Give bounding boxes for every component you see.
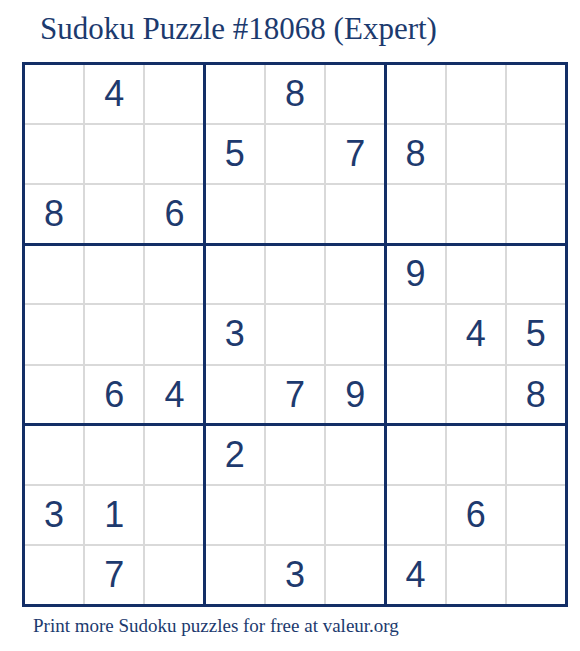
cell-r2c9[interactable] <box>507 125 565 183</box>
cell-r8c5[interactable] <box>266 486 324 544</box>
cell-r7c7[interactable] <box>386 426 444 484</box>
cell-r9c4[interactable] <box>206 546 264 604</box>
cell-r2c6[interactable]: 7 <box>326 125 384 183</box>
cell-r2c7[interactable]: 8 <box>386 125 444 183</box>
cell-r1c1[interactable] <box>25 65 83 123</box>
cell-r6c4[interactable] <box>206 366 264 424</box>
cell-r3c2[interactable] <box>85 185 143 243</box>
cell-r7c8[interactable] <box>447 426 505 484</box>
cell-r5c7[interactable] <box>386 305 444 363</box>
cell-r3c7[interactable] <box>386 185 444 243</box>
cell-r2c8[interactable] <box>447 125 505 183</box>
cell-r9c7[interactable]: 4 <box>386 546 444 604</box>
cell-r7c5[interactable] <box>266 426 324 484</box>
cell-r6c7[interactable] <box>386 366 444 424</box>
cell-r3c9[interactable] <box>507 185 565 243</box>
cell-r2c4[interactable]: 5 <box>206 125 264 183</box>
cell-r3c4[interactable] <box>206 185 264 243</box>
cell-r3c1[interactable]: 8 <box>25 185 83 243</box>
cell-r9c6[interactable] <box>326 546 384 604</box>
cell-r4c9[interactable] <box>507 245 565 303</box>
cell-r5c6[interactable] <box>326 305 384 363</box>
cell-r7c1[interactable] <box>25 426 83 484</box>
cell-r1c3[interactable] <box>145 65 203 123</box>
box-divider-horizontal-2 <box>25 423 565 426</box>
cell-r4c7[interactable]: 9 <box>386 245 444 303</box>
cell-r8c1[interactable]: 3 <box>25 486 83 544</box>
cell-r4c2[interactable] <box>85 245 143 303</box>
cell-r5c2[interactable] <box>85 305 143 363</box>
cell-r8c7[interactable] <box>386 486 444 544</box>
cell-r1c8[interactable] <box>447 65 505 123</box>
cell-r3c6[interactable] <box>326 185 384 243</box>
cell-r9c1[interactable] <box>25 546 83 604</box>
cell-r4c8[interactable] <box>447 245 505 303</box>
cell-r1c6[interactable] <box>326 65 384 123</box>
cell-r6c3[interactable]: 4 <box>145 366 203 424</box>
cell-r8c9[interactable] <box>507 486 565 544</box>
cell-r6c9[interactable]: 8 <box>507 366 565 424</box>
box-divider-vertical-2 <box>384 65 387 604</box>
cell-r4c3[interactable] <box>145 245 203 303</box>
page-title: Sudoku Puzzle #18068 (Expert) <box>40 13 437 46</box>
cell-r8c8[interactable]: 6 <box>447 486 505 544</box>
cell-r7c4[interactable]: 2 <box>206 426 264 484</box>
cell-r9c9[interactable] <box>507 546 565 604</box>
cell-r5c1[interactable] <box>25 305 83 363</box>
cell-r8c4[interactable] <box>206 486 264 544</box>
cell-r5c4[interactable]: 3 <box>206 305 264 363</box>
cell-r1c4[interactable] <box>206 65 264 123</box>
cell-r1c7[interactable] <box>386 65 444 123</box>
cell-r7c3[interactable] <box>145 426 203 484</box>
box-divider-vertical-1 <box>203 65 206 604</box>
sudoku-board: 48578869345647982316734 <box>22 62 568 607</box>
cell-r8c3[interactable] <box>145 486 203 544</box>
sudoku-print-page: Sudoku Puzzle #18068 (Expert) 4857886934… <box>0 0 580 651</box>
cell-r4c6[interactable] <box>326 245 384 303</box>
cell-r3c5[interactable] <box>266 185 324 243</box>
cell-r6c2[interactable]: 6 <box>85 366 143 424</box>
cell-r6c6[interactable]: 9 <box>326 366 384 424</box>
cell-r9c8[interactable] <box>447 546 505 604</box>
cell-r2c2[interactable] <box>85 125 143 183</box>
cell-r4c5[interactable] <box>266 245 324 303</box>
cell-r3c8[interactable] <box>447 185 505 243</box>
cell-r1c2[interactable]: 4 <box>85 65 143 123</box>
cell-r9c2[interactable]: 7 <box>85 546 143 604</box>
cell-r2c5[interactable] <box>266 125 324 183</box>
cell-r5c8[interactable]: 4 <box>447 305 505 363</box>
cell-r9c3[interactable] <box>145 546 203 604</box>
cell-r1c5[interactable]: 8 <box>266 65 324 123</box>
cell-r7c9[interactable] <box>507 426 565 484</box>
cell-r6c1[interactable] <box>25 366 83 424</box>
cell-r6c8[interactable] <box>447 366 505 424</box>
cell-r6c5[interactable]: 7 <box>266 366 324 424</box>
cell-r3c3[interactable]: 6 <box>145 185 203 243</box>
cell-r5c3[interactable] <box>145 305 203 363</box>
cell-r7c2[interactable] <box>85 426 143 484</box>
cell-r7c6[interactable] <box>326 426 384 484</box>
cell-r4c1[interactable] <box>25 245 83 303</box>
cell-r2c3[interactable] <box>145 125 203 183</box>
cell-r5c9[interactable]: 5 <box>507 305 565 363</box>
cell-r8c6[interactable] <box>326 486 384 544</box>
footer-text: Print more Sudoku puzzles for free at va… <box>33 615 399 637</box>
cell-r9c5[interactable]: 3 <box>266 546 324 604</box>
cell-r4c4[interactable] <box>206 245 264 303</box>
cell-r2c1[interactable] <box>25 125 83 183</box>
cell-r1c9[interactable] <box>507 65 565 123</box>
cell-r8c2[interactable]: 1 <box>85 486 143 544</box>
cell-r5c5[interactable] <box>266 305 324 363</box>
box-divider-horizontal-1 <box>25 243 565 246</box>
